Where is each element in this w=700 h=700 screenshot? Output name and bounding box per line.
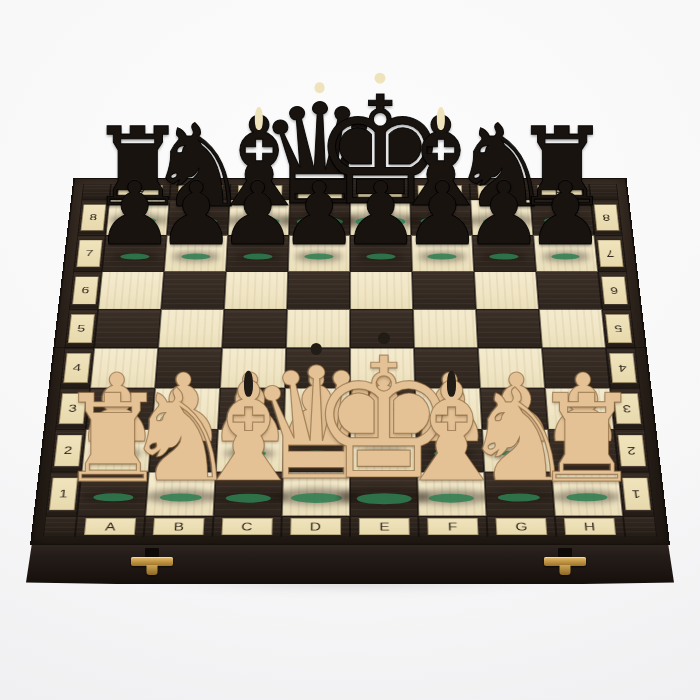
pawn-glyph: ♟ bbox=[526, 171, 604, 258]
square-e6[interactable] bbox=[350, 272, 413, 310]
coord-label: B bbox=[173, 521, 184, 532]
square-b5[interactable] bbox=[158, 309, 224, 348]
rank-label-left-5: 5 bbox=[64, 309, 98, 348]
coord-label: 5 bbox=[614, 324, 623, 334]
coord-label: H bbox=[584, 521, 596, 532]
finial-accent bbox=[437, 107, 445, 130]
rank-label-right-6: 6 bbox=[598, 272, 631, 310]
file-label-bottom-c: C bbox=[212, 516, 281, 537]
coord-label: A bbox=[104, 521, 115, 532]
brass-latch-right bbox=[544, 557, 586, 566]
coord-label: E bbox=[379, 521, 390, 532]
piece-white-rook-h1[interactable]: ♜ bbox=[532, 379, 641, 501]
rank-label-left-6: 6 bbox=[69, 272, 102, 310]
coord-label: G bbox=[515, 521, 528, 532]
square-c6[interactable] bbox=[224, 272, 288, 310]
finial-accent bbox=[378, 332, 391, 345]
coord-label: C bbox=[241, 521, 253, 532]
border-corner bbox=[623, 516, 657, 537]
file-label-bottom-h: H bbox=[555, 516, 625, 537]
box-front-edge bbox=[26, 544, 674, 584]
file-label-bottom-d: D bbox=[281, 516, 350, 537]
file-label-bottom-b: B bbox=[144, 516, 214, 537]
square-g5[interactable] bbox=[476, 309, 542, 348]
square-b6[interactable] bbox=[161, 272, 226, 310]
coord-label: 7 bbox=[85, 249, 94, 258]
finial-accent bbox=[447, 370, 456, 396]
file-label-bottom-a: A bbox=[75, 516, 145, 537]
coord-label: 5 bbox=[77, 324, 86, 334]
square-h5[interactable] bbox=[539, 309, 606, 348]
chess-set-photo: ABCDEFGH8877665544332211ABCDEFGH ♜♞♝♛♚♝♞… bbox=[0, 0, 700, 700]
square-a6[interactable] bbox=[98, 272, 164, 310]
rook-glyph: ♜ bbox=[532, 379, 641, 501]
square-g6[interactable] bbox=[474, 272, 539, 310]
file-label-bottom-f: F bbox=[418, 516, 487, 537]
brass-latch-left bbox=[131, 557, 173, 566]
coord-label: 6 bbox=[610, 286, 619, 295]
border-corner bbox=[43, 516, 77, 537]
piece-black-pawn-h7[interactable]: ♟ bbox=[526, 171, 604, 258]
file-label-bottom-g: G bbox=[487, 516, 557, 537]
coord-label: 7 bbox=[606, 249, 615, 258]
file-label-bottom-e: E bbox=[350, 516, 419, 537]
square-f6[interactable] bbox=[412, 272, 476, 310]
coord-label: F bbox=[448, 521, 458, 532]
square-h6[interactable] bbox=[536, 272, 602, 310]
coord-label: 6 bbox=[81, 286, 90, 295]
square-d6[interactable] bbox=[287, 272, 350, 310]
square-a5[interactable] bbox=[94, 309, 161, 348]
coord-label: D bbox=[310, 521, 321, 532]
rank-label-right-5: 5 bbox=[602, 309, 636, 348]
